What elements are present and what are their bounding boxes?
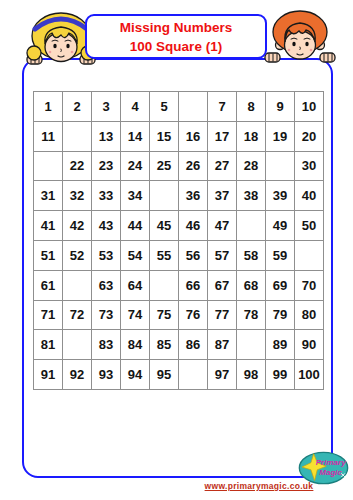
grid-cell-86: 86	[179, 330, 208, 360]
grid-cell-blank-r3c9[interactable]	[266, 152, 295, 182]
boy-illustration	[263, 9, 337, 63]
grid-cell-31: 31	[34, 181, 63, 211]
grid-cell-36: 36	[179, 181, 208, 211]
grid-cell-87: 87	[208, 330, 237, 360]
grid-cell-13: 13	[92, 122, 121, 152]
grid-cell-8: 8	[237, 92, 266, 122]
grid-cell-27: 27	[208, 152, 237, 182]
logo-text-line1: Primary	[316, 458, 346, 467]
grid-cell-85: 85	[150, 330, 179, 360]
grid-cell-80: 80	[295, 301, 324, 331]
grid-cell-54: 54	[121, 241, 150, 271]
grid-cell-7: 7	[208, 92, 237, 122]
grid-cell-94: 94	[121, 360, 150, 390]
grid-cell-18: 18	[237, 122, 266, 152]
grid-cell-blank-r9c2[interactable]	[63, 330, 92, 360]
grid-cell-2: 2	[63, 92, 92, 122]
grid-cell-blank-r3c1[interactable]	[34, 152, 63, 182]
hundred-square-grid: 1234578910111314151617181920222324252627…	[33, 91, 324, 390]
grid-cell-39: 39	[266, 181, 295, 211]
grid-cell-100: 100	[295, 360, 324, 390]
grid-cell-46: 46	[179, 211, 208, 241]
grid-cell-67: 67	[208, 271, 237, 301]
grid-cell-75: 75	[150, 301, 179, 331]
grid-cell-43: 43	[92, 211, 121, 241]
grid-cell-16: 16	[179, 122, 208, 152]
grid-cell-56: 56	[179, 241, 208, 271]
grid-cell-84: 84	[121, 330, 150, 360]
grid-cell-37: 37	[208, 181, 237, 211]
logo-text-line2: Magic	[319, 468, 342, 477]
grid-cell-93: 93	[92, 360, 121, 390]
grid-cell-58: 58	[237, 241, 266, 271]
grid-cell-63: 63	[92, 271, 121, 301]
grid-cell-blank-r1c6[interactable]	[179, 92, 208, 122]
grid-cell-blank-r4c5[interactable]	[150, 181, 179, 211]
grid-cell-11: 11	[34, 122, 63, 152]
grid-cell-32: 32	[63, 181, 92, 211]
grid-cell-4: 4	[121, 92, 150, 122]
grid-cell-22: 22	[63, 152, 92, 182]
grid-cell-33: 33	[92, 181, 121, 211]
website-link[interactable]: www.primarymagic.co.uk	[200, 481, 318, 491]
grid-cell-90: 90	[295, 330, 324, 360]
grid-cell-55: 55	[150, 241, 179, 271]
grid-cell-51: 51	[34, 241, 63, 271]
grid-cell-34: 34	[121, 181, 150, 211]
grid-cell-30: 30	[295, 152, 324, 182]
grid-cell-15: 15	[150, 122, 179, 152]
grid-cell-59: 59	[266, 241, 295, 271]
grid-cell-77: 77	[208, 301, 237, 331]
grid-cell-1: 1	[34, 92, 63, 122]
grid-cell-83: 83	[92, 330, 121, 360]
grid-cell-5: 5	[150, 92, 179, 122]
grid-cell-10: 10	[295, 92, 324, 122]
grid-cell-9: 9	[266, 92, 295, 122]
grid-cell-68: 68	[237, 271, 266, 301]
grid-cell-25: 25	[150, 152, 179, 182]
grid-cell-91: 91	[34, 360, 63, 390]
grid-cell-28: 28	[237, 152, 266, 182]
grid-cell-64: 64	[121, 271, 150, 301]
grid-cell-69: 69	[266, 271, 295, 301]
grid-cell-40: 40	[295, 181, 324, 211]
grid-cell-42: 42	[63, 211, 92, 241]
grid-cell-74: 74	[121, 301, 150, 331]
grid-cell-57: 57	[208, 241, 237, 271]
grid-cell-blank-r6c10[interactable]	[295, 241, 324, 271]
grid-cell-49: 49	[266, 211, 295, 241]
grid-cell-71: 71	[34, 301, 63, 331]
grid-cell-blank-r10c6[interactable]	[179, 360, 208, 390]
grid-cell-blank-r7c5[interactable]	[150, 271, 179, 301]
grid-cell-78: 78	[237, 301, 266, 331]
grid-cell-73: 73	[92, 301, 121, 331]
grid-cell-98: 98	[237, 360, 266, 390]
grid-cell-44: 44	[121, 211, 150, 241]
grid-cell-92: 92	[63, 360, 92, 390]
grid-cell-45: 45	[150, 211, 179, 241]
grid-cell-89: 89	[266, 330, 295, 360]
title-box: Missing Numbers 100 Square (1)	[85, 14, 267, 59]
title-line2: 100 Square (1)	[130, 37, 222, 56]
grid-cell-17: 17	[208, 122, 237, 152]
grid-cell-41: 41	[34, 211, 63, 241]
grid-cell-blank-r7c2[interactable]	[63, 271, 92, 301]
grid-cell-47: 47	[208, 211, 237, 241]
grid-cell-97: 97	[208, 360, 237, 390]
grid-cell-53: 53	[92, 241, 121, 271]
grid-cell-14: 14	[121, 122, 150, 152]
grid-cell-blank-r2c2[interactable]	[63, 122, 92, 152]
grid-cell-72: 72	[63, 301, 92, 331]
primary-magic-logo: Primary Magic	[297, 451, 350, 485]
grid-cell-79: 79	[266, 301, 295, 331]
grid-cell-81: 81	[34, 330, 63, 360]
grid-cell-61: 61	[34, 271, 63, 301]
grid-cell-20: 20	[295, 122, 324, 152]
grid-cell-76: 76	[179, 301, 208, 331]
grid-cell-24: 24	[121, 152, 150, 182]
grid-cell-52: 52	[63, 241, 92, 271]
grid-cell-3: 3	[92, 92, 121, 122]
title-line1: Missing Numbers	[120, 18, 233, 37]
grid-cell-66: 66	[179, 271, 208, 301]
grid-cell-70: 70	[295, 271, 324, 301]
grid-cell-95: 95	[150, 360, 179, 390]
grid-cell-blank-r9c8[interactable]	[237, 330, 266, 360]
grid-cell-38: 38	[237, 181, 266, 211]
worksheet-page: Missing Numbers 100 Square (1) 123457891…	[0, 0, 353, 500]
grid-cell-19: 19	[266, 122, 295, 152]
grid-cell-50: 50	[295, 211, 324, 241]
grid-cell-99: 99	[266, 360, 295, 390]
grid-cell-23: 23	[92, 152, 121, 182]
grid-cell-26: 26	[179, 152, 208, 182]
grid-cell-blank-r5c8[interactable]	[237, 211, 266, 241]
